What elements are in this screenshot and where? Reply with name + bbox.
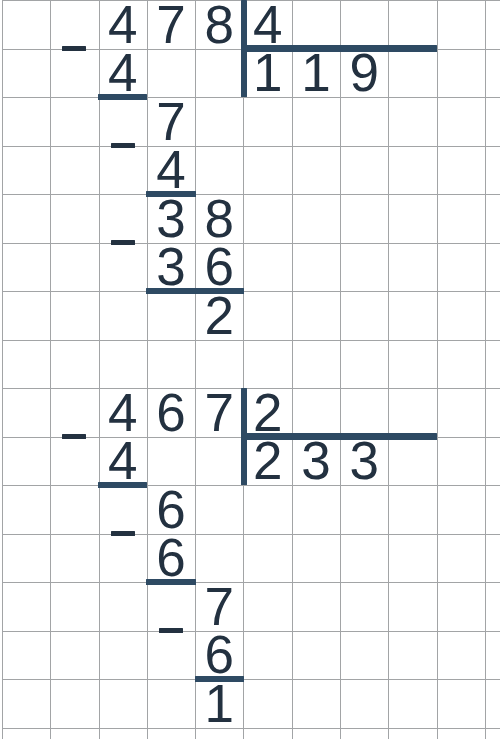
work-digit: 6 <box>195 631 243 680</box>
work-digit: 7 <box>195 582 243 631</box>
dividend-digit: 6 <box>147 388 195 437</box>
work-digit: 4 <box>99 437 147 486</box>
work-digit: 6 <box>195 243 243 292</box>
subtraction-underline <box>146 191 195 198</box>
quotient-digit: 9 <box>340 49 388 98</box>
subtraction-underline <box>146 579 195 586</box>
work-digit: 7 <box>147 97 195 146</box>
dividend-digit: 8 <box>195 0 243 49</box>
subtraction-underline <box>98 482 147 489</box>
quotient-digit: 1 <box>244 49 292 98</box>
division-bracket-horizontal <box>244 45 437 52</box>
worksheet-marks: 4784411974383624672423366761 <box>0 0 500 739</box>
remainder-digit: 2 <box>195 291 243 340</box>
minus-sign <box>111 240 135 245</box>
work-digit: 6 <box>147 534 195 583</box>
work-digit: 4 <box>147 146 195 195</box>
dividend-digit: 7 <box>195 388 243 437</box>
work-digit: 6 <box>147 485 195 534</box>
work-digit: 3 <box>147 194 195 243</box>
subtraction-underline <box>146 288 244 295</box>
dividend-digit: 7 <box>147 0 195 49</box>
quotient-digit: 2 <box>244 437 292 486</box>
dividend-digit: 4 <box>99 388 147 437</box>
minus-sign <box>62 434 86 439</box>
minus-sign <box>62 46 86 51</box>
division-worksheet: 4784411974383624672423366761 <box>0 0 500 739</box>
work-digit: 3 <box>147 243 195 292</box>
remainder-digit: 1 <box>195 679 243 728</box>
quotient-digit: 3 <box>340 437 388 486</box>
dividend-digit: 4 <box>99 0 147 49</box>
subtraction-underline <box>98 94 147 101</box>
divisor-digit: 4 <box>244 0 292 49</box>
division-bracket-horizontal <box>244 433 437 440</box>
divisor-digit: 2 <box>244 388 292 437</box>
work-digit: 8 <box>195 194 243 243</box>
work-digit: 4 <box>99 49 147 98</box>
minus-sign <box>111 143 135 148</box>
minus-sign <box>111 531 135 536</box>
quotient-digit: 3 <box>292 437 340 486</box>
minus-sign <box>159 628 183 633</box>
quotient-digit: 1 <box>292 49 340 98</box>
subtraction-underline <box>195 676 244 683</box>
